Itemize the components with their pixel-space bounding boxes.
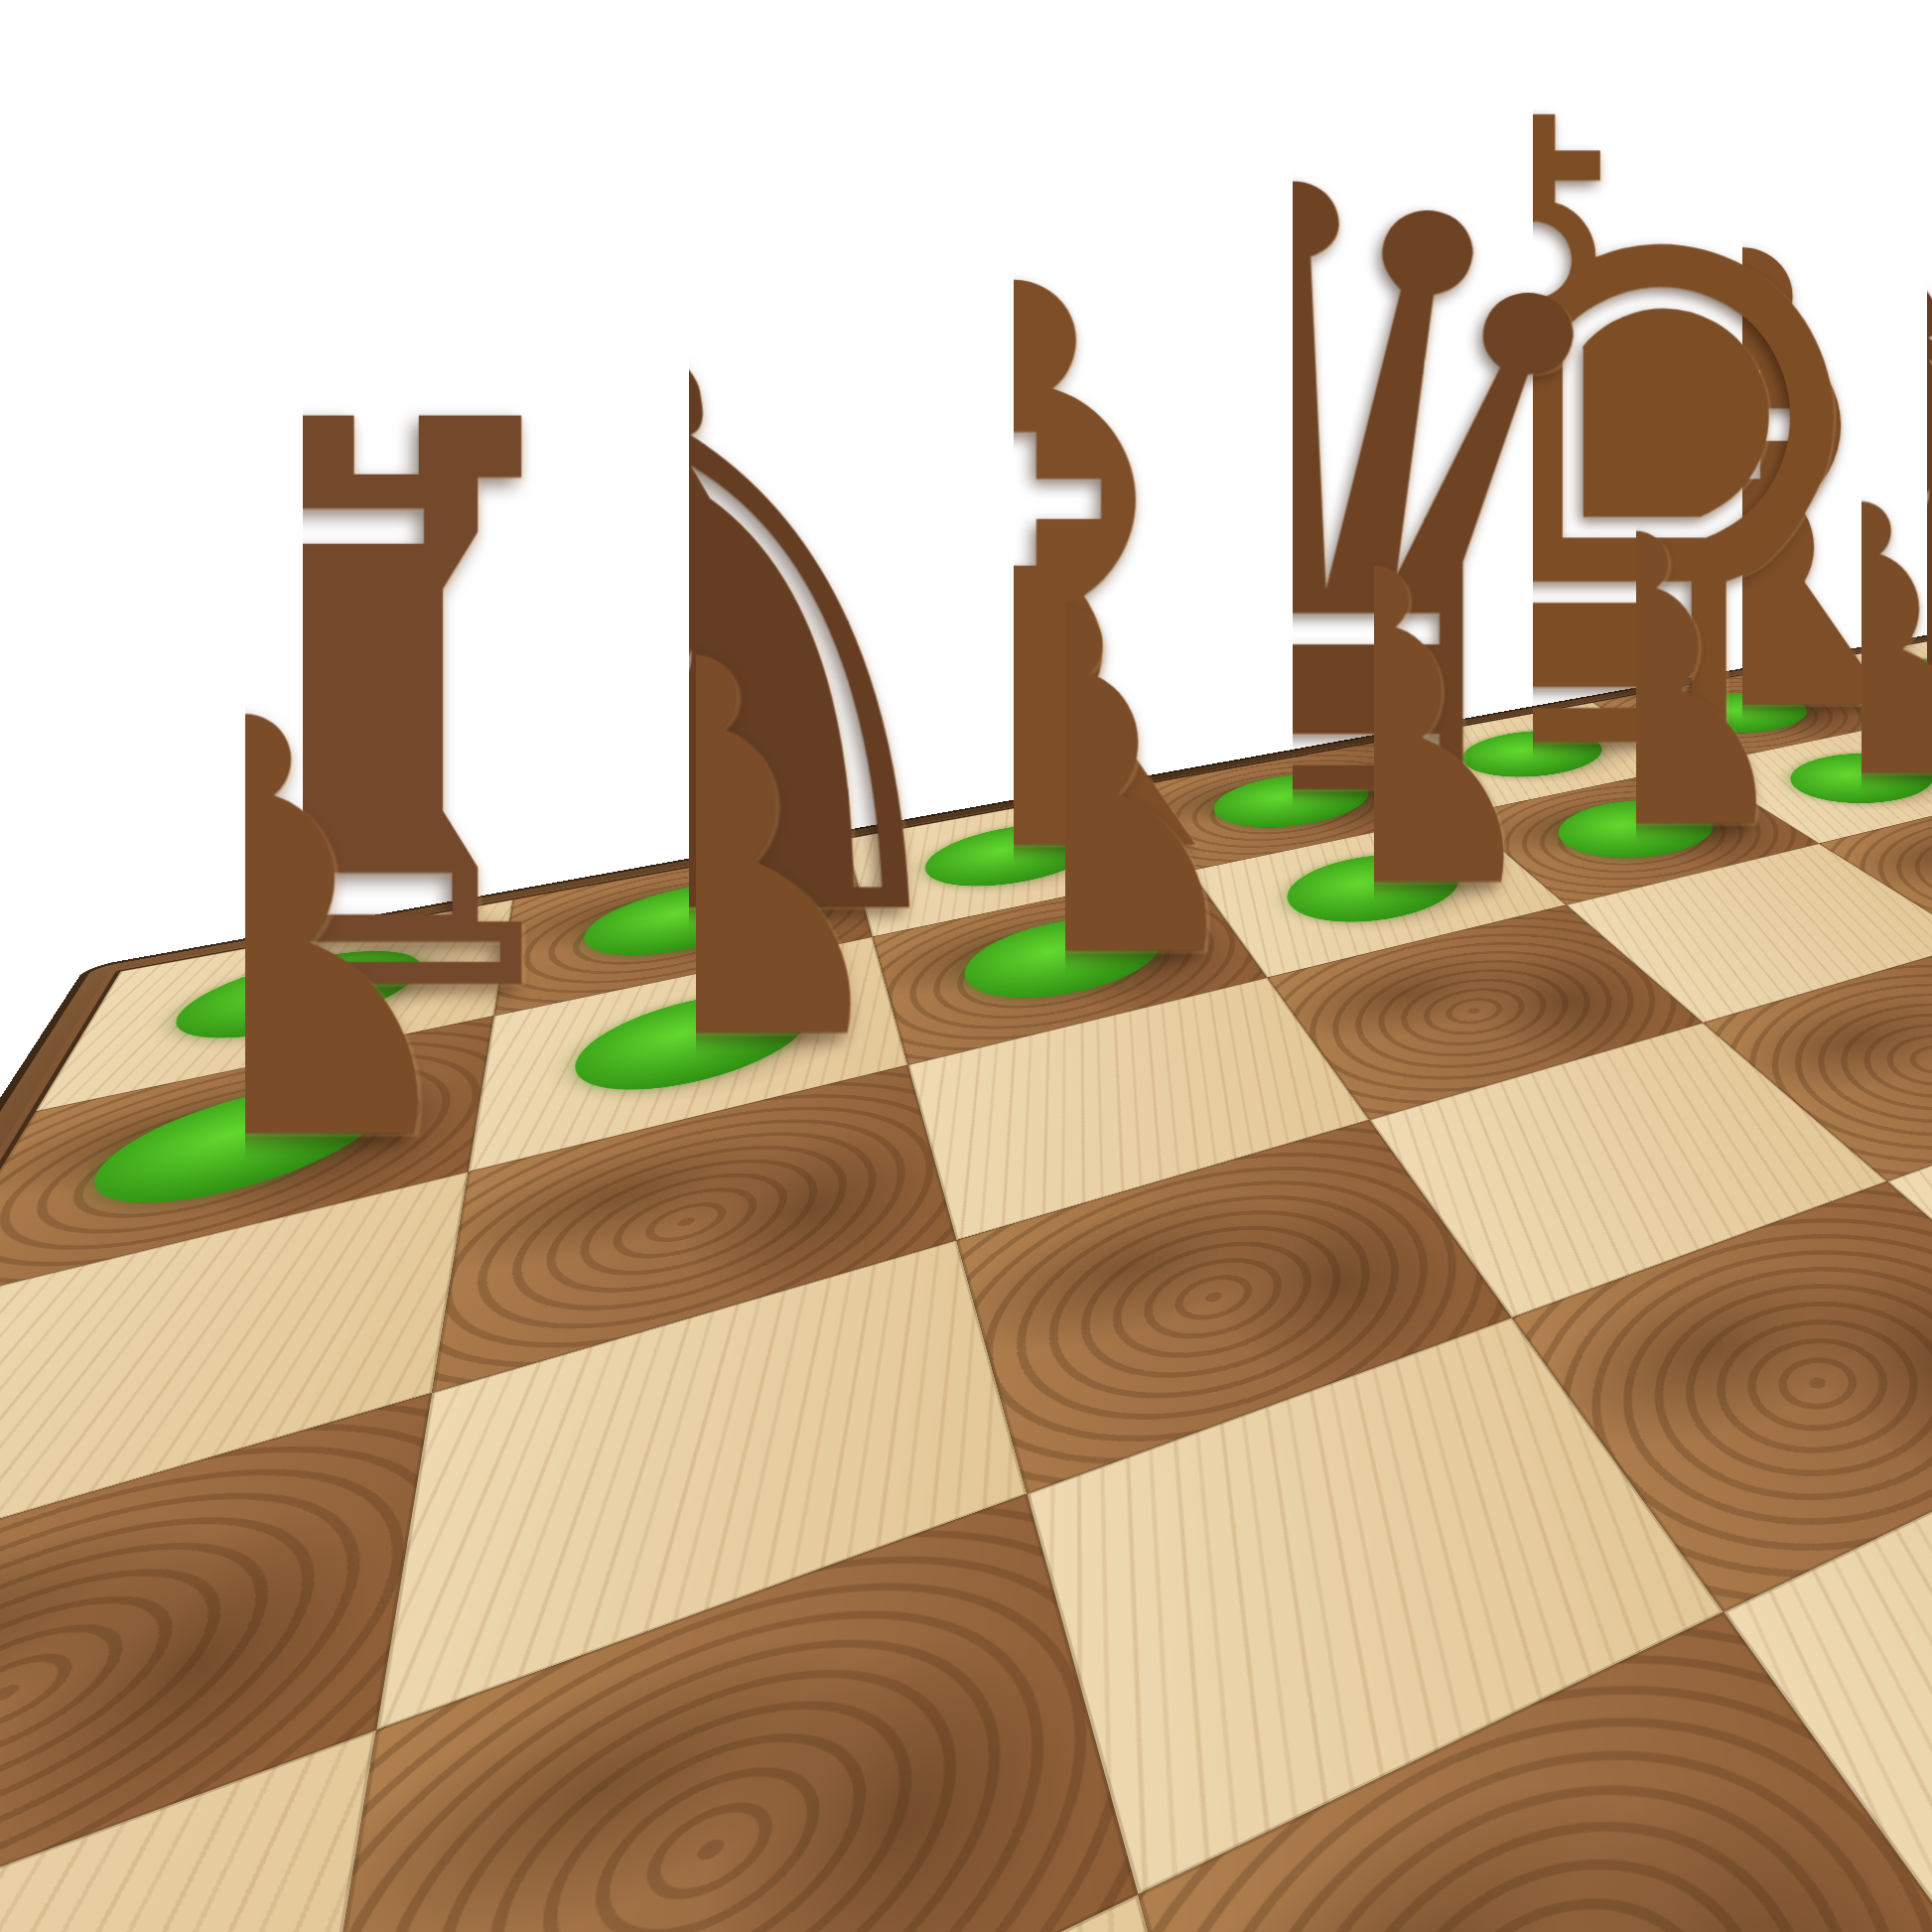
- piece-layer: ♟♟♟♟♟♟♟♟♜♞♝♛♚♝♞♜: [120, 0, 1932, 1527]
- studio-photo: ♟♟♟♟♟♟♟♟♜♞♝♛♚♝♞♜: [0, 0, 1932, 1932]
- photo-scene: ♟♟♟♟♟♟♟♟♜♞♝♛♚♝♞♜: [0, 0, 1932, 1932]
- chess-board: ♟♟♟♟♟♟♟♟♜♞♝♛♚♝♞♜: [85, 0, 1932, 1538]
- chess-piece-pawn-a2: ♟: [245, 682, 759, 1141]
- chess-piece-pawn-b2: ♟: [696, 626, 1160, 1040]
- piece-spot-a2: ♟: [0, 1016, 494, 1306]
